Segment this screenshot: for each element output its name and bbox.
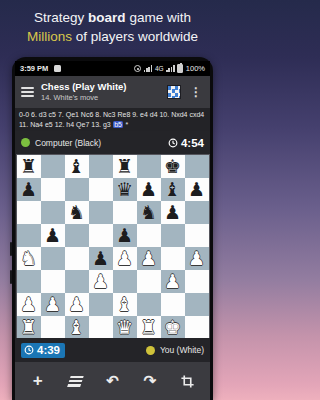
white-pawn: ♟ [188,247,205,270]
square-h5[interactable] [185,224,209,247]
black-clock-time: 4:54 [181,137,204,149]
list-icon [67,376,83,387]
white-rook: ♜ [20,316,37,339]
square-b5[interactable]: ♟ [41,224,65,247]
square-g5[interactable] [161,224,185,247]
promo-line2: Millions of players worldwide [0,27,225,46]
square-h8[interactable] [185,155,209,178]
black-knight: ♞ [68,201,85,224]
data-saver-icon [134,65,141,72]
white-pawn: ♟ [164,270,181,293]
square-c2[interactable]: ♟ [65,293,89,316]
square-a2[interactable]: ♟ [17,293,41,316]
white-bishop: ♝ [116,293,133,316]
square-h3[interactable] [185,270,209,293]
square-b3[interactable] [41,270,65,293]
white-king: ♚ [164,316,181,339]
redo-button[interactable]: ↷ [137,368,163,394]
promo-banner: Strategy board game with Millions of pla… [0,8,225,46]
signal-icon-sim1 [144,65,153,72]
overflow-menu-icon[interactable]: ⋮ [188,85,204,99]
square-e4[interactable]: ♟ [113,247,137,270]
square-d5[interactable] [89,224,113,247]
square-h1[interactable] [185,316,209,339]
move-list-text: 0-0 6. d3 c5 7. Qe1 Nc6 8. Nc3 Re8 9. e4… [19,111,204,128]
move-list-button[interactable] [62,368,88,394]
square-h6[interactable] [185,201,209,224]
square-d7[interactable] [89,178,113,201]
white-pawn: ♟ [140,247,157,270]
square-c8[interactable]: ♝ [65,155,89,178]
battery-percent: 100% [186,64,205,73]
move-list[interactable]: 0-0 6. d3 c5 7. Qe1 Nc6 8. Nc3 Re8 9. e4… [15,108,210,131]
square-f3[interactable] [137,270,161,293]
promo-line1: Strategy board game with [0,8,225,27]
chess-board: ♜♝♜♚♟♛♟♝♟♞♞♟♟♟♞♟♟♟♟♟♟♟♟♟♝♜♝♛♜♚ [16,154,210,340]
square-d3[interactable]: ♟ [89,270,113,293]
square-d4[interactable]: ♟ [89,247,113,270]
square-c1[interactable]: ♝ [65,316,89,339]
square-b6[interactable] [41,201,65,224]
black-pawn: ♟ [92,247,109,270]
network-type-label: 4G [155,65,164,72]
black-pawn: ♟ [116,224,133,247]
square-c6[interactable]: ♞ [65,201,89,224]
square-g2[interactable] [161,293,185,316]
square-f8[interactable] [137,155,161,178]
white-status-dot [146,346,155,355]
phone-screen: 3:59 PM 4G 100% Chess (Play White) 14. W… [15,61,210,400]
black-player-name: Computer (Black) [35,138,101,148]
white-pawn: ♟ [20,293,37,316]
board-area: ♜♝♜♚♟♛♟♝♟♞♞♟♟♟♞♟♟♟♟♟♟♟♟♟♝♜♝♛♜♚ [15,154,210,338]
white-pawn: ♟ [68,293,85,316]
black-bishop: ♝ [68,155,85,178]
black-knight: ♞ [140,201,157,224]
bottom-toolbar: + ↶ ↷ [15,362,210,400]
square-g7[interactable]: ♝ [161,178,185,201]
black-player-bar: Computer (Black) 4:54 [15,131,210,154]
square-a3[interactable] [17,270,41,293]
black-clock: 4:54 [168,137,204,149]
square-h7[interactable]: ♟ [185,178,209,201]
black-pawn: ♟ [164,201,181,224]
square-g4[interactable] [161,247,185,270]
black-bishop: ♝ [164,178,181,201]
square-f2[interactable] [137,293,161,316]
square-f5[interactable] [137,224,161,247]
black-rook: ♜ [20,155,37,178]
square-f1[interactable]: ♜ [137,316,161,339]
square-b7[interactable] [41,178,65,201]
black-status-dot [21,138,30,147]
white-queen: ♛ [116,316,133,339]
app-title: Chess (Play White) [41,81,160,93]
white-knight: ♞ [20,247,37,270]
notification-icon [54,65,61,72]
square-e6[interactable] [113,201,137,224]
clock-icon [168,138,178,148]
square-d8[interactable] [89,155,113,178]
square-b8[interactable] [41,155,65,178]
clock-icon [24,345,34,355]
square-a8[interactable]: ♜ [17,155,41,178]
square-b4[interactable] [41,247,65,270]
square-g8[interactable]: ♚ [161,155,185,178]
square-d6[interactable] [89,201,113,224]
app-bar: Chess (Play White) 14. White's move ⋮ [15,76,210,108]
square-a7[interactable]: ♟ [17,178,41,201]
phone-frame: 3:59 PM 4G 100% Chess (Play White) 14. W… [12,57,213,400]
square-g3[interactable]: ♟ [161,270,185,293]
black-pawn: ♟ [20,178,37,201]
square-e2[interactable]: ♝ [113,293,137,316]
square-e5[interactable]: ♟ [113,224,137,247]
square-f4[interactable]: ♟ [137,247,161,270]
square-a4[interactable]: ♞ [17,247,41,270]
square-b2[interactable]: ♟ [41,293,65,316]
square-e7[interactable]: ♛ [113,178,137,201]
white-pawn: ♟ [92,270,109,293]
status-time: 3:59 PM [20,64,48,73]
square-c5[interactable] [65,224,89,247]
current-move-highlight: b5 [113,121,124,128]
black-pawn: ♟ [44,224,61,247]
edit-board-button[interactable] [174,368,200,394]
white-rook: ♜ [140,316,157,339]
square-f6[interactable]: ♞ [137,201,161,224]
white-clock: 4:39 [21,343,65,358]
move-list-tail: * [123,121,128,128]
square-g6[interactable]: ♟ [161,201,185,224]
black-pawn: ♟ [188,178,205,201]
square-e1[interactable]: ♛ [113,316,137,339]
white-pawn: ♟ [44,293,61,316]
white-player-name: You (White) [160,345,204,355]
move-status-label: 14. White's move [41,93,160,102]
square-a5[interactable] [17,224,41,247]
black-pawn: ♟ [140,178,157,201]
square-e8[interactable]: ♜ [113,155,137,178]
square-c3[interactable] [65,270,89,293]
square-b1[interactable] [41,316,65,339]
volume-down-button [10,270,12,284]
undo-button[interactable]: ↶ [99,368,125,394]
black-rook: ♜ [116,155,133,178]
white-clock-time: 4:39 [37,344,60,356]
square-f7[interactable]: ♟ [137,178,161,201]
white-bishop: ♝ [68,316,85,339]
black-queen: ♛ [116,178,133,201]
level-board-icon[interactable] [167,85,181,99]
square-h2[interactable] [185,293,209,316]
square-a6[interactable] [17,201,41,224]
square-g1[interactable]: ♚ [161,316,185,339]
crop-icon [181,375,194,388]
square-d2[interactable] [89,293,113,316]
status-bar: 3:59 PM 4G 100% [15,61,210,76]
menu-icon[interactable] [21,87,34,97]
white-pawn: ♟ [116,247,133,270]
black-king: ♚ [164,155,181,178]
signal-icon-sim2 [166,65,175,72]
square-a1[interactable]: ♜ [17,316,41,339]
volume-up-button [10,242,12,256]
square-e3[interactable] [113,270,137,293]
white-player-bar: 4:39 You (White) [15,338,210,362]
battery-icon [177,64,183,73]
square-d1[interactable] [89,316,113,339]
square-h4[interactable]: ♟ [185,247,209,270]
square-c7[interactable] [65,178,89,201]
new-game-button[interactable]: + [25,368,51,394]
square-c4[interactable] [65,247,89,270]
